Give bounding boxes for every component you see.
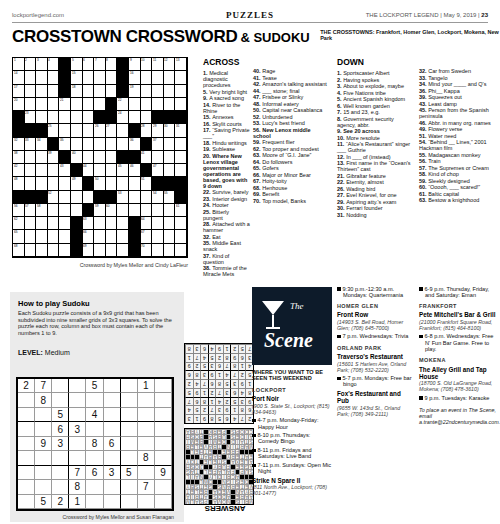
crossword-black-cell xyxy=(164,177,176,190)
answer-letter-cell: G xyxy=(185,469,190,474)
answer-black-cell xyxy=(190,454,195,459)
sudoku-cell: 2 xyxy=(215,353,223,362)
crossword-cell: 19 xyxy=(129,85,141,98)
answer-letter-cell: L xyxy=(194,444,199,449)
answer-black-cell xyxy=(203,439,208,444)
sudoku-cell: 6 xyxy=(230,388,238,397)
answer-black-cell xyxy=(212,449,217,454)
sudoku-cell: 8 xyxy=(185,344,193,353)
sudoku-cell xyxy=(104,393,121,407)
answer-letter-cell: E xyxy=(190,444,195,449)
crossword-cell: 56 xyxy=(13,204,25,217)
clue-number: 50 xyxy=(95,177,98,180)
sudoku-cell xyxy=(52,379,69,393)
clue-number: 46 xyxy=(130,164,133,167)
clue: 63. Bestow a knighthood xyxy=(419,197,498,203)
sudoku-cell xyxy=(104,422,121,436)
clue: 36. Phi__ Kappa xyxy=(419,88,498,94)
sudoku-cell xyxy=(52,393,69,407)
scene-addr: (900 S. State St., Lockport; (815) 834-9… xyxy=(252,403,332,415)
answer-letter-cell: K xyxy=(208,429,213,434)
clue-number: 23 xyxy=(25,111,28,114)
clue: 1. Sportscaster Albert xyxy=(337,70,413,76)
answer-letter-cell: P xyxy=(199,434,204,439)
crossword-cell xyxy=(164,244,176,257)
answer-black-cell xyxy=(226,439,231,444)
answer-letter-cell: A xyxy=(226,484,231,489)
answer-letter-cell: E xyxy=(194,439,199,444)
clue-number: 62 xyxy=(14,217,17,220)
sudoku-cell: 4 xyxy=(208,344,216,353)
sudoku-grid: 275185463938687635987521 xyxy=(16,377,174,511)
answer-letter-cell: R xyxy=(230,454,235,459)
clue-number: 11 xyxy=(153,58,156,61)
sudoku-cell: 2 xyxy=(185,379,193,388)
scene-event: 6-9 p.m. Thursday, Friday, and Saturday:… xyxy=(419,286,498,298)
crossword-cell xyxy=(152,151,164,164)
answer-letter-cell: S xyxy=(190,464,195,469)
answer-black-cell xyxy=(244,449,249,454)
sudoku-cell: 4 xyxy=(185,405,193,414)
crossword-black-cell xyxy=(71,230,83,243)
answer-sudoku-grid: 2746589136819372549352418678463721951935… xyxy=(184,343,254,424)
crossword-cell: 55 xyxy=(164,191,176,204)
answer-letter-cell: A xyxy=(194,474,199,479)
answer-letter-cell: S xyxy=(235,479,240,484)
crossword-cell xyxy=(129,111,141,124)
answer-letter-cell: R xyxy=(203,489,208,494)
answer-letter-cell: U xyxy=(221,434,226,439)
answer-letter-cell: L xyxy=(203,469,208,474)
clue-number: 52 xyxy=(48,191,51,194)
sudoku-cell: 5 xyxy=(215,414,223,423)
sudoku-cell: 7 xyxy=(200,379,208,388)
answer-letter-cell: T xyxy=(199,454,204,459)
clue-number: 55 xyxy=(164,191,167,194)
crossword-cell xyxy=(106,244,118,257)
crossword-cell: 44 xyxy=(83,164,95,177)
answer-letter-cell: A xyxy=(212,489,217,494)
crossword-cell: 37 xyxy=(152,138,164,151)
clue-number: 41 xyxy=(141,151,144,154)
crossword-cell: 1 xyxy=(13,58,25,71)
answer-letter-cell: R xyxy=(185,444,190,449)
crossword-cell xyxy=(25,164,37,177)
sudoku-cell: 5 xyxy=(200,362,208,371)
answer-black-cell xyxy=(194,479,199,484)
crossword-cell: 2 xyxy=(25,58,37,71)
crossword-cell: 40 xyxy=(71,151,83,164)
answer-black-cell xyxy=(239,449,244,454)
sudoku-cell: 1 xyxy=(238,362,246,371)
sudoku-cell xyxy=(121,422,138,436)
answer-letter-cell: L xyxy=(194,489,199,494)
sudoku-cell: 8 xyxy=(208,414,216,423)
sudoku-cell xyxy=(121,408,138,422)
crossword-cell xyxy=(106,164,118,177)
clue: 20. Where New Lenox village governmental… xyxy=(203,153,250,189)
clue-number: 60 xyxy=(106,204,109,207)
crossword-cell xyxy=(164,151,176,164)
scene-event: 5-7 p.m. Mondays: Free bar bingo xyxy=(337,375,413,387)
clue-number: 61 xyxy=(176,204,179,207)
sudoku-cell xyxy=(155,437,172,451)
sudoku-cell: 3 xyxy=(215,405,223,414)
crossword-cell xyxy=(106,138,118,151)
scene-event: 8-10 p.m. Thursdays: Comedy Bingo xyxy=(252,432,332,444)
crossword-cell: 69 xyxy=(83,244,95,257)
sudoku-cell xyxy=(155,393,172,407)
crossword-cell xyxy=(164,230,176,243)
answer-letter-cell: L xyxy=(212,474,217,479)
answer-letter-cell: R xyxy=(190,429,195,434)
answer-letter-cell: P xyxy=(235,429,240,434)
clue: 56. Train xyxy=(419,158,498,164)
answer-black-cell xyxy=(203,434,208,439)
answer-letter-cell: M xyxy=(185,499,190,504)
crossword-cell xyxy=(94,244,106,257)
answer-letter-cell: N xyxy=(221,484,226,489)
answer-letter-cell: T xyxy=(217,459,222,464)
answer-letter-cell: T xyxy=(194,469,199,474)
crossword-cell xyxy=(83,71,95,84)
clue: 28. Attached with a hammer xyxy=(203,221,250,233)
crossword-cell xyxy=(106,85,118,98)
crossword-cell xyxy=(175,164,187,177)
clue: 32. Car from Sweden xyxy=(419,68,498,74)
clue-number: 2 xyxy=(25,58,27,61)
crossword-cell xyxy=(129,204,141,217)
clue-number: 5 xyxy=(72,58,74,61)
crossword-black-cell xyxy=(117,58,129,71)
clue: 59. Sleekly designed xyxy=(419,178,498,184)
clue-number: 15 xyxy=(72,71,75,74)
clue-number: 26 xyxy=(95,124,98,127)
answer-letter-cell: L xyxy=(244,459,249,464)
sudoku-cell: 1 xyxy=(69,495,86,509)
answer-letter-cell: T xyxy=(203,449,208,454)
clue-number: 36 xyxy=(130,138,133,141)
clue: 34. Mind your ____ and Q's xyxy=(419,81,498,87)
crossword-cell xyxy=(175,244,187,257)
answer-black-cell xyxy=(244,474,249,479)
answer-letter-cell: O xyxy=(190,459,195,464)
clue: 44. ___ stone; final xyxy=(253,88,327,94)
clue-number: 4 xyxy=(48,58,50,61)
sudoku-cell: 9 xyxy=(230,353,238,362)
crossword-black-cell xyxy=(59,71,71,84)
crossword-black-cell xyxy=(94,191,106,204)
clue: 11. “Alice's Restaurant” singer ___ Guth… xyxy=(337,141,413,153)
sudoku-cell: 7 xyxy=(238,414,246,423)
crossword-cell xyxy=(25,85,37,98)
answer-letter-cell: S xyxy=(230,429,235,434)
sudoku-cell xyxy=(69,451,86,465)
crossword-cell: 41 xyxy=(141,151,153,164)
crossword-cell: 61 xyxy=(175,204,187,217)
sudoku-cell xyxy=(104,408,121,422)
clue-number: 9 xyxy=(130,58,132,61)
clue-number: 32 xyxy=(14,138,17,141)
clue: 6. Well known garden xyxy=(337,103,413,109)
answer-letter-cell: I xyxy=(230,444,235,449)
answer-letter-cell: R xyxy=(230,484,235,489)
sudoku-cell: 9 xyxy=(35,437,52,451)
answer-letter-cell: B xyxy=(208,454,213,459)
answer-letter-cell: V xyxy=(203,444,208,449)
sudoku-cell: 3 xyxy=(230,379,238,388)
crossword-cell: 14 xyxy=(13,71,25,84)
sudoku-cell: 6 xyxy=(193,397,201,406)
answer-letter-cell: F xyxy=(235,449,240,454)
crossword-cell xyxy=(94,217,106,230)
clue: 61. Baltic capital xyxy=(419,191,498,197)
crossword-cell: 50 xyxy=(94,177,106,190)
crossword-black-cell xyxy=(175,111,187,124)
crossword-cell xyxy=(36,71,48,84)
answer-letter-cell: T xyxy=(239,484,244,489)
crossword-cell: 62 xyxy=(13,217,25,230)
crossword-black-cell xyxy=(117,151,129,164)
scene-event: 8-11 p.m. Fridays and Saturdays: Live Ba… xyxy=(252,447,332,459)
crossword-black-cell xyxy=(48,138,60,151)
crossword-cell xyxy=(164,71,176,84)
sudoku-cell: 3 xyxy=(69,422,86,436)
sudoku-cell: 5 xyxy=(35,495,52,509)
answer-letter-cell: N xyxy=(226,444,231,449)
clue: 70. Top model, Banks xyxy=(253,198,327,204)
answer-letter-cell: E xyxy=(203,484,208,489)
sudoku-cell: 7 xyxy=(69,466,86,480)
clue-number: 54 xyxy=(153,191,156,194)
answer-letter-cell: D xyxy=(230,439,235,444)
scene-addr: (9655 W. 143rd St., Orland Park; (708) 3… xyxy=(337,405,413,417)
answer-letter-cell: A xyxy=(190,469,195,474)
answer-letter-cell: H xyxy=(185,434,190,439)
clue-number: 25 xyxy=(48,124,51,127)
answer-black-cell xyxy=(203,429,208,434)
clue: 55. Madagascan monkey xyxy=(419,152,498,158)
answer-letter-cell: A xyxy=(185,429,190,434)
clue-number: 31 xyxy=(176,124,179,127)
crossword-cell xyxy=(48,111,60,124)
clue-number: 43 xyxy=(60,164,63,167)
crossword-black-cell xyxy=(59,151,71,164)
sudoku-cell xyxy=(138,437,155,451)
scene-venue: Pete Mitchell's Bar & Grill xyxy=(419,311,498,318)
sudoku-cell: 4 xyxy=(86,408,103,422)
answer-letter-cell: O xyxy=(194,434,199,439)
crossword-cell: 12 xyxy=(164,58,176,71)
answer-letter-cell: T xyxy=(199,484,204,489)
crossword-cell xyxy=(152,71,164,84)
crossword-cell xyxy=(25,230,37,243)
crossword-cell: 58 xyxy=(36,204,48,217)
sudoku-cell: 7 xyxy=(215,388,223,397)
answer-letter-cell: I xyxy=(190,494,195,499)
answer-letter-cell: L xyxy=(199,479,204,484)
sudoku-cell: 4 xyxy=(200,353,208,362)
crossword-credit: Crossword by Myles Mellor and Cindy LaFl… xyxy=(12,262,188,268)
clue: 69. Benefit xyxy=(253,191,327,197)
sudoku-cell: 1 xyxy=(200,388,208,397)
clue-number: 8 xyxy=(106,58,108,61)
clue: 63. Moore of “G.I. Jane” xyxy=(253,152,327,158)
crossword-black-cell xyxy=(129,244,141,257)
crossword-black-cell xyxy=(71,217,83,230)
sudoku-cell xyxy=(104,379,121,393)
answer-black-cell xyxy=(208,464,213,469)
answer-black-cell xyxy=(185,479,190,484)
clue-number: 21 xyxy=(60,98,63,101)
answer-black-cell xyxy=(185,454,190,459)
crossword-cell xyxy=(25,151,37,164)
crossword-cell: 52 xyxy=(48,191,60,204)
sudoku-cell xyxy=(155,451,172,465)
clue: 22. Survive, barely xyxy=(203,189,250,195)
crossword-cell xyxy=(175,151,187,164)
sudoku-cell xyxy=(138,393,155,407)
answer-letter-cell: E xyxy=(226,449,231,454)
clue: 22. Eternity, almost xyxy=(337,179,413,185)
crossword-cell: 70 xyxy=(141,244,153,257)
answer-letter-cell: I xyxy=(235,439,240,444)
sudoku-cell xyxy=(121,393,138,407)
crossword-cell: 36 xyxy=(129,138,141,151)
answer-black-cell xyxy=(226,434,231,439)
scene-event: 9:30 p.m.-12:30 a.m. Mondays: Quarterman… xyxy=(337,286,413,298)
answer-black-cell xyxy=(217,449,222,454)
sudoku-cell: 8 xyxy=(138,451,155,465)
answer-letter-cell: E xyxy=(190,489,195,494)
answer-letter-cell: N xyxy=(235,489,240,494)
answer-letter-cell: S xyxy=(212,494,217,499)
clue-number: 14 xyxy=(14,71,17,74)
crossword-cell xyxy=(117,177,129,190)
sudoku-cell: 7 xyxy=(35,379,52,393)
crossword-cell xyxy=(71,204,83,217)
answer-black-cell xyxy=(230,494,235,499)
title-sub: & SUDOKU xyxy=(240,30,309,45)
sudoku-cell xyxy=(69,393,86,407)
crossword-cell: 5 xyxy=(71,58,83,71)
crossword-black-cell xyxy=(71,164,83,177)
answer-letter-cell: E xyxy=(212,459,217,464)
clue: 46. Abbr. in many org. names xyxy=(419,120,498,126)
crossword-cell: 51 xyxy=(141,177,153,190)
sudoku-cell: 5 xyxy=(223,379,231,388)
clue-number: 53 xyxy=(118,191,121,194)
answer-letter-cell: E xyxy=(199,489,204,494)
answer-letter-cell: A xyxy=(244,494,249,499)
answer-letter-cell: Y xyxy=(185,459,190,464)
sudoku-cell xyxy=(52,466,69,480)
sudoku-cell: 4 xyxy=(223,370,231,379)
sudoku-cell: 8 xyxy=(215,379,223,388)
scene-event: 7-11 p.m. Sundays: Open Mic Night xyxy=(252,462,332,474)
crossword-cell xyxy=(71,191,83,204)
crossword-cell: 27 xyxy=(106,124,118,137)
clue-number: 56 xyxy=(14,204,17,207)
answer-letter-cell: E xyxy=(244,484,249,489)
crossword-cell: 38 xyxy=(13,151,25,164)
clue: 13. First name in the “Ocean's Thirteen”… xyxy=(337,160,413,172)
sudoku-cell: 1 xyxy=(223,344,231,353)
crossword-cell xyxy=(36,244,48,257)
crossword-cell xyxy=(164,204,176,217)
answer-letter-cell: I xyxy=(185,439,190,444)
clue-number: 66 xyxy=(83,230,86,233)
clue: 49. Flowery verse xyxy=(419,126,498,132)
answer-letter-cell: S xyxy=(194,484,199,489)
crossword-cell xyxy=(59,177,71,190)
sudoku-cell xyxy=(121,451,138,465)
sudoku-credit: Crossword by Myles Mellor and Susan Flan… xyxy=(16,514,174,520)
sudoku-cell: 3 xyxy=(52,437,69,451)
clue: 17. “Saving Private ___” xyxy=(203,127,250,139)
answer-letter-cell: A xyxy=(239,489,244,494)
answer-letter-cell: M xyxy=(212,439,217,444)
clue-number: 39 xyxy=(48,151,51,154)
sudoku-cell: 2 xyxy=(208,388,216,397)
crossword-black-cell xyxy=(129,217,141,230)
crossword-cell: 25 xyxy=(48,124,60,137)
sudoku-cell: 2 xyxy=(230,344,238,353)
crossword-cell xyxy=(164,217,176,230)
clue: 65. Gofers xyxy=(253,165,327,171)
answer-letter-cell: Y xyxy=(226,454,231,459)
clue-number: 27 xyxy=(106,124,109,127)
answer-letter-cell: R xyxy=(239,494,244,499)
crossword-black-cell xyxy=(175,191,187,204)
clue-number: 63 xyxy=(83,217,86,220)
crossword-cell: 43 xyxy=(59,164,71,177)
answer-letter-cell: T xyxy=(185,489,190,494)
sudoku-cell xyxy=(35,408,52,422)
crossword-black-cell xyxy=(71,244,83,257)
clue: 12. In ___ of (instead) xyxy=(337,154,413,160)
crossword-cell xyxy=(59,204,71,217)
sudoku-cell: 9 xyxy=(208,370,216,379)
crossword-cell: 16 xyxy=(129,71,141,84)
sudoku-cell xyxy=(35,422,52,436)
clue-number: 38 xyxy=(14,151,17,154)
crossword-cell xyxy=(117,204,129,217)
crossword-cell xyxy=(164,98,176,111)
crossword-cell xyxy=(83,111,95,124)
clue-number: 16 xyxy=(130,71,133,74)
puzzle-title: CROSSTOWN CROSSWORD& SUDOKU THE CROSSTOW… xyxy=(12,27,490,47)
answer-letter-cell: E xyxy=(235,484,240,489)
answer-letter-cell: I xyxy=(221,474,226,479)
answer-letter-cell: G xyxy=(208,484,213,489)
answer-letter-cell: E xyxy=(203,459,208,464)
page-number: 23 xyxy=(481,12,488,18)
sudoku-cell xyxy=(138,422,155,436)
scene-column-lockport: The Scene WHERE YOU WANT TO BE SEEN THIS… xyxy=(252,287,332,496)
answer-letter-cell: D xyxy=(217,494,222,499)
sudoku-cell xyxy=(35,451,52,465)
crossword-black-cell xyxy=(106,111,118,124)
answer-letter-cell: A xyxy=(244,444,249,449)
crossword-cell: 10 xyxy=(141,58,153,71)
sudoku-cell: 7 xyxy=(138,480,155,494)
sudoku-cell: 6 xyxy=(52,422,69,436)
crossword-cell xyxy=(83,151,95,164)
across-clues-col1: ACROSS1. Medical diagnostic procedures5.… xyxy=(203,57,250,278)
scene-event: 6-8 p.m. Wednesdays: Free N' Fun Bar Gam… xyxy=(419,333,498,352)
crossword-cell xyxy=(141,71,153,84)
